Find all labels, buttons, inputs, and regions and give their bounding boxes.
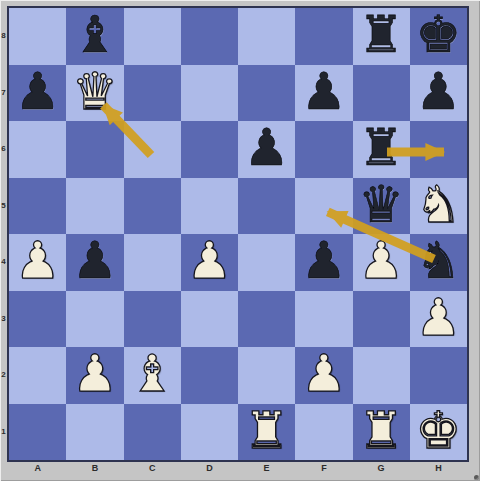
square-h7[interactable]: ♟ <box>410 65 467 122</box>
rank-label-2: 2 <box>0 371 7 379</box>
square-d1[interactable] <box>181 404 238 461</box>
square-c4[interactable] <box>124 234 181 291</box>
white-rook-e1[interactable]: ♜ <box>244 403 290 459</box>
black-rook-g8[interactable]: ♜ <box>358 7 404 63</box>
square-f4[interactable]: ♟ <box>295 234 352 291</box>
square-a2[interactable] <box>9 347 66 404</box>
black-pawn-f7[interactable]: ♟ <box>301 64 347 120</box>
square-b4[interactable]: ♟ <box>66 234 123 291</box>
square-h3[interactable]: ♟ <box>410 291 467 348</box>
black-rook-g6[interactable]: ♜ <box>358 120 404 176</box>
square-f2[interactable]: ♟ <box>295 347 352 404</box>
square-h8[interactable]: ♚ <box>410 8 467 65</box>
square-b2[interactable]: ♟ <box>66 347 123 404</box>
square-b1[interactable] <box>66 404 123 461</box>
square-g2[interactable] <box>353 347 410 404</box>
square-d6[interactable] <box>181 121 238 178</box>
square-a4[interactable]: ♟ <box>9 234 66 291</box>
resize-grip-dot[interactable] <box>474 475 479 480</box>
white-pawn-a4[interactable]: ♟ <box>15 233 61 289</box>
black-pawn-h7[interactable]: ♟ <box>416 64 462 120</box>
chess-board[interactable]: ♝♜♚♟♛♟♟♟♜♛♞♟♟♟♟♟♞♟♟♝♟♜♜♚ <box>9 8 467 460</box>
square-c2[interactable]: ♝ <box>124 347 181 404</box>
black-pawn-e6[interactable]: ♟ <box>244 120 290 176</box>
square-c8[interactable] <box>124 8 181 65</box>
square-f6[interactable] <box>295 121 352 178</box>
white-king-h1[interactable]: ♚ <box>416 403 462 459</box>
black-pawn-b4[interactable]: ♟ <box>72 233 118 289</box>
file-label-e: E <box>257 463 277 473</box>
file-label-d: D <box>199 463 219 473</box>
square-g7[interactable] <box>353 65 410 122</box>
square-h2[interactable] <box>410 347 467 404</box>
chess-app-window: ♝♜♚♟♛♟♟♟♜♛♞♟♟♟♟♟♞♟♟♝♟♜♜♚ 87654321ABCDEFG… <box>0 0 480 481</box>
square-f8[interactable] <box>295 8 352 65</box>
black-queen-g5[interactable]: ♛ <box>358 177 404 233</box>
square-e5[interactable] <box>238 178 295 235</box>
square-e4[interactable] <box>238 234 295 291</box>
square-e1[interactable]: ♜ <box>238 404 295 461</box>
file-label-h: H <box>428 463 448 473</box>
white-bishop-c2[interactable]: ♝ <box>129 346 175 402</box>
white-pawn-f2[interactable]: ♟ <box>301 346 347 402</box>
square-e8[interactable] <box>238 8 295 65</box>
square-g5[interactable]: ♛ <box>353 178 410 235</box>
rank-label-5: 5 <box>0 202 7 210</box>
file-label-f: F <box>314 463 334 473</box>
square-a6[interactable] <box>9 121 66 178</box>
white-queen-b7[interactable]: ♛ <box>72 64 118 120</box>
square-c6[interactable] <box>124 121 181 178</box>
file-label-a: A <box>28 463 48 473</box>
rank-label-4: 4 <box>0 258 7 266</box>
square-d5[interactable] <box>181 178 238 235</box>
square-h4[interactable]: ♞ <box>410 234 467 291</box>
square-f7[interactable]: ♟ <box>295 65 352 122</box>
square-h1[interactable]: ♚ <box>410 404 467 461</box>
white-knight-h5[interactable]: ♞ <box>416 177 462 233</box>
square-b7[interactable]: ♛ <box>66 65 123 122</box>
square-c5[interactable] <box>124 178 181 235</box>
square-e6[interactable]: ♟ <box>238 121 295 178</box>
square-b6[interactable] <box>66 121 123 178</box>
file-label-g: G <box>371 463 391 473</box>
square-d7[interactable] <box>181 65 238 122</box>
square-b5[interactable] <box>66 178 123 235</box>
square-d2[interactable] <box>181 347 238 404</box>
square-f5[interactable] <box>295 178 352 235</box>
square-g8[interactable]: ♜ <box>353 8 410 65</box>
black-king-h8[interactable]: ♚ <box>416 7 462 63</box>
square-d3[interactable] <box>181 291 238 348</box>
rank-label-6: 6 <box>0 145 7 153</box>
square-e3[interactable] <box>238 291 295 348</box>
square-d4[interactable]: ♟ <box>181 234 238 291</box>
file-label-b: B <box>85 463 105 473</box>
square-h6[interactable] <box>410 121 467 178</box>
rank-label-3: 3 <box>0 315 7 323</box>
square-a5[interactable] <box>9 178 66 235</box>
square-g4[interactable]: ♟ <box>353 234 410 291</box>
white-pawn-d4[interactable]: ♟ <box>187 233 233 289</box>
square-c1[interactable] <box>124 404 181 461</box>
square-f1[interactable] <box>295 404 352 461</box>
square-d8[interactable] <box>181 8 238 65</box>
black-bishop-b8[interactable]: ♝ <box>72 7 118 63</box>
rank-label-8: 8 <box>0 32 7 40</box>
square-a3[interactable] <box>9 291 66 348</box>
square-f3[interactable] <box>295 291 352 348</box>
rank-label-1: 1 <box>0 428 7 436</box>
square-b3[interactable] <box>66 291 123 348</box>
white-pawn-g4[interactable]: ♟ <box>358 233 404 289</box>
square-e2[interactable] <box>238 347 295 404</box>
square-a1[interactable] <box>9 404 66 461</box>
black-pawn-a7[interactable]: ♟ <box>15 64 61 120</box>
white-rook-g1[interactable]: ♜ <box>358 403 404 459</box>
square-a7[interactable]: ♟ <box>9 65 66 122</box>
black-knight-h4[interactable]: ♞ <box>416 233 462 289</box>
square-b8[interactable]: ♝ <box>66 8 123 65</box>
square-e7[interactable] <box>238 65 295 122</box>
file-label-c: C <box>142 463 162 473</box>
square-c3[interactable] <box>124 291 181 348</box>
square-a8[interactable] <box>9 8 66 65</box>
black-pawn-f4[interactable]: ♟ <box>301 233 347 289</box>
square-g1[interactable]: ♜ <box>353 404 410 461</box>
white-pawn-h3[interactable]: ♟ <box>416 290 462 346</box>
square-g6[interactable]: ♜ <box>353 121 410 178</box>
rank-label-7: 7 <box>0 89 7 97</box>
square-h5[interactable]: ♞ <box>410 178 467 235</box>
white-pawn-b2[interactable]: ♟ <box>72 346 118 402</box>
square-c7[interactable] <box>124 65 181 122</box>
chess-board-frame: ♝♜♚♟♛♟♟♟♜♛♞♟♟♟♟♟♞♟♟♝♟♜♜♚ <box>7 6 469 462</box>
square-g3[interactable] <box>353 291 410 348</box>
